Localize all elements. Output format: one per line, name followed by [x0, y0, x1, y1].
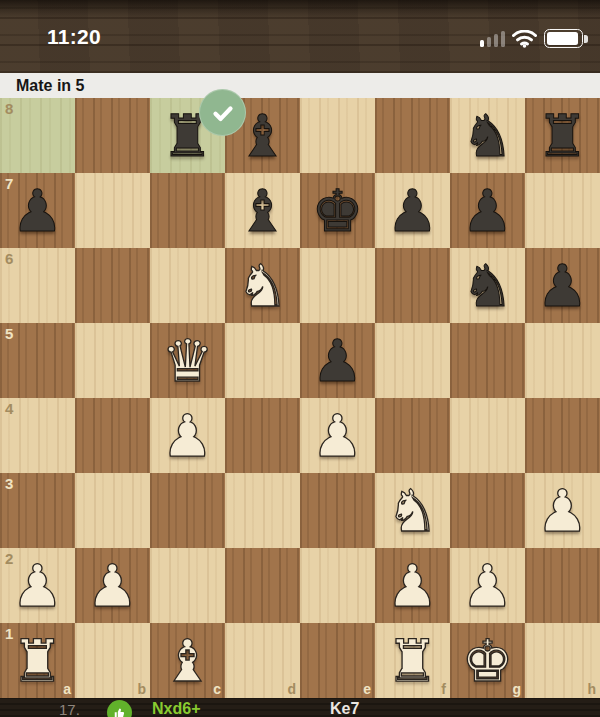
white-rook-a1[interactable]: ♜: [0, 623, 75, 698]
square-a3[interactable]: 3: [0, 473, 75, 548]
white-rook-f1[interactable]: ♜: [375, 623, 450, 698]
white-queen-c5[interactable]: ♛: [150, 323, 225, 398]
square-c8[interactable]: ♜: [150, 98, 225, 173]
white-knight-f3[interactable]: ♞: [375, 473, 450, 548]
square-e8[interactable]: [300, 98, 375, 173]
black-rook-c8[interactable]: ♜: [150, 98, 225, 173]
square-b2[interactable]: ♟: [75, 548, 150, 623]
puzzle-title-bar: Mate in 5: [0, 73, 600, 98]
white-pawn-b2[interactable]: ♟: [75, 548, 150, 623]
square-c3[interactable]: [150, 473, 225, 548]
rank-label-3: 3: [5, 475, 13, 492]
black-pawn-a7[interactable]: ♟: [0, 173, 75, 248]
white-pawn-e4[interactable]: ♟: [300, 398, 375, 473]
black-king-e7[interactable]: ♚: [300, 173, 375, 248]
square-a2[interactable]: 2♟: [0, 548, 75, 623]
square-h5[interactable]: [525, 323, 600, 398]
white-pawn-h3[interactable]: ♟: [525, 473, 600, 548]
square-b5[interactable]: [75, 323, 150, 398]
square-c4[interactable]: ♟: [150, 398, 225, 473]
square-b1[interactable]: b: [75, 623, 150, 698]
square-f5[interactable]: [375, 323, 450, 398]
puzzle-title: Mate in 5: [16, 77, 84, 95]
black-bishop-d7[interactable]: ♝: [225, 173, 300, 248]
square-e4[interactable]: ♟: [300, 398, 375, 473]
square-c1[interactable]: c♝: [150, 623, 225, 698]
rank-label-6: 6: [5, 250, 13, 267]
file-label-e: e: [363, 681, 371, 697]
file-label-b: b: [137, 681, 146, 697]
square-g5[interactable]: [450, 323, 525, 398]
square-e6[interactable]: [300, 248, 375, 323]
square-h7[interactable]: [525, 173, 600, 248]
square-d1[interactable]: d: [225, 623, 300, 698]
square-f1[interactable]: f♜: [375, 623, 450, 698]
black-knight-g6[interactable]: ♞: [450, 248, 525, 323]
square-d8[interactable]: ♝: [225, 98, 300, 173]
square-h8[interactable]: ♜: [525, 98, 600, 173]
black-move-san[interactable]: Ke7: [330, 700, 359, 717]
square-d3[interactable]: [225, 473, 300, 548]
square-g1[interactable]: g♚: [450, 623, 525, 698]
white-pawn-c4[interactable]: ♟: [150, 398, 225, 473]
square-h6[interactable]: ♟: [525, 248, 600, 323]
black-pawn-g7[interactable]: ♟: [450, 173, 525, 248]
move-list-bar: 17. Nxd6+ Ke7: [0, 698, 600, 717]
square-d4[interactable]: [225, 398, 300, 473]
white-pawn-a2[interactable]: ♟: [0, 548, 75, 623]
square-a6[interactable]: 6: [0, 248, 75, 323]
black-pawn-f7[interactable]: ♟: [375, 173, 450, 248]
square-b7[interactable]: [75, 173, 150, 248]
square-e7[interactable]: ♚: [300, 173, 375, 248]
white-king-g1[interactable]: ♚: [450, 623, 525, 698]
square-e3[interactable]: [300, 473, 375, 548]
white-pawn-f2[interactable]: ♟: [375, 548, 450, 623]
rank-label-4: 4: [5, 400, 13, 417]
square-g8[interactable]: ♞: [450, 98, 525, 173]
thumbs-up-icon: [107, 700, 132, 717]
square-g3[interactable]: [450, 473, 525, 548]
move-number: 17.: [59, 701, 80, 717]
square-d2[interactable]: [225, 548, 300, 623]
square-g2[interactable]: ♟: [450, 548, 525, 623]
wifi-icon: [512, 30, 537, 48]
battery-icon: [544, 29, 583, 48]
clock-time: 11:20: [47, 25, 101, 49]
square-b8[interactable]: [75, 98, 150, 173]
square-c6[interactable]: [150, 248, 225, 323]
square-f8[interactable]: [375, 98, 450, 173]
black-pawn-e5[interactable]: ♟: [300, 323, 375, 398]
square-g6[interactable]: ♞: [450, 248, 525, 323]
square-d5[interactable]: [225, 323, 300, 398]
black-rook-h8[interactable]: ♜: [525, 98, 600, 173]
rank-label-5: 5: [5, 325, 13, 342]
black-knight-g8[interactable]: ♞: [450, 98, 525, 173]
square-a7[interactable]: 7♟: [0, 173, 75, 248]
rank-label-8: 8: [5, 100, 13, 117]
square-g4[interactable]: [450, 398, 525, 473]
square-a8[interactable]: 8: [0, 98, 75, 173]
square-a5[interactable]: 5: [0, 323, 75, 398]
white-bishop-c1[interactable]: ♝: [150, 623, 225, 698]
square-b3[interactable]: [75, 473, 150, 548]
black-bishop-d8[interactable]: ♝: [225, 98, 300, 173]
square-e5[interactable]: ♟: [300, 323, 375, 398]
square-f4[interactable]: [375, 398, 450, 473]
square-f6[interactable]: [375, 248, 450, 323]
square-f2[interactable]: ♟: [375, 548, 450, 623]
square-d6[interactable]: ♞: [225, 248, 300, 323]
square-c2[interactable]: [150, 548, 225, 623]
status-icons: [480, 29, 584, 48]
square-d7[interactable]: ♝: [225, 173, 300, 248]
black-pawn-h6[interactable]: ♟: [525, 248, 600, 323]
square-e1[interactable]: e: [300, 623, 375, 698]
square-c7[interactable]: [150, 173, 225, 248]
square-g7[interactable]: ♟: [450, 173, 525, 248]
square-h4[interactable]: [525, 398, 600, 473]
square-a1[interactable]: 1a♜: [0, 623, 75, 698]
file-label-h: h: [587, 681, 596, 697]
square-b6[interactable]: [75, 248, 150, 323]
white-knight-d6[interactable]: ♞: [225, 248, 300, 323]
square-h1[interactable]: h: [525, 623, 600, 698]
square-c5[interactable]: ♛: [150, 323, 225, 398]
square-e2[interactable]: [300, 548, 375, 623]
square-a4[interactable]: 4: [0, 398, 75, 473]
square-f7[interactable]: ♟: [375, 173, 450, 248]
square-h3[interactable]: ♟: [525, 473, 600, 548]
status-bar: 11:20: [0, 0, 600, 73]
chess-board[interactable]: 8♜♝♞♜7♟♝♚♟♟6♞♞♟5♛♟4♟♟3♞♟2♟♟♟♟1a♜bc♝def♜g…: [0, 98, 600, 698]
white-move-san[interactable]: Nxd6+: [152, 700, 200, 717]
square-b4[interactable]: [75, 398, 150, 473]
cellular-signal-icon: [480, 31, 506, 47]
file-label-d: d: [287, 681, 296, 697]
white-pawn-g2[interactable]: ♟: [450, 548, 525, 623]
square-f3[interactable]: ♞: [375, 473, 450, 548]
square-h2[interactable]: [525, 548, 600, 623]
